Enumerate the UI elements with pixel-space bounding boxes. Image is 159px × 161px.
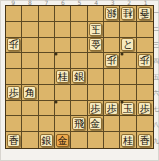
board-cell-1-8[interactable] (137, 116, 153, 132)
board-cell-8-8[interactable] (22, 116, 38, 132)
board-cell-7-2[interactable] (39, 22, 55, 38)
shogi-piece-gote-3-4[interactable]: 歩 (105, 54, 118, 67)
star-point (54, 101, 57, 104)
board-cell-7-1[interactable] (39, 6, 55, 22)
board-cell-7-8[interactable] (39, 116, 55, 132)
board-cell-5-7[interactable] (71, 101, 87, 117)
board-cell-5-4[interactable] (71, 53, 87, 69)
shogi-piece-sente-8-6[interactable]: 角 (23, 86, 36, 99)
shogi-piece-sente-9-9[interactable]: 香 (7, 134, 20, 147)
board-cell-7-9[interactable]: 銀 (39, 132, 55, 148)
board-cell-1-9[interactable]: 香 (137, 132, 153, 148)
star-point (120, 53, 123, 56)
board-cell-5-3[interactable] (71, 38, 87, 54)
board-cell-8-2[interactable] (22, 22, 38, 38)
board-cell-2-7[interactable]: 玉 (120, 101, 136, 117)
board-cell-6-8[interactable] (55, 116, 71, 132)
shogi-piece-sente-6-5[interactable]: 桂 (56, 70, 69, 83)
board-cell-5-6[interactable] (71, 85, 87, 101)
board-cell-5-8[interactable]: 飛 (71, 116, 87, 132)
shogi-piece-gote-4-3[interactable]: 金 (89, 38, 102, 51)
board-cell-9-3[interactable]: 歩 (6, 38, 22, 54)
board-cell-9-1[interactable] (6, 6, 22, 22)
board-cell-6-5[interactable]: 桂 (55, 69, 71, 85)
board-cell-8-6[interactable]: 角 (22, 85, 38, 101)
board-cell-3-6[interactable] (104, 85, 120, 101)
board-cell-8-5[interactable] (22, 69, 38, 85)
board-cell-4-2[interactable]: 玉 (88, 22, 104, 38)
shogi-piece-gote-1-4[interactable]: 歩 (138, 54, 151, 67)
board-cell-5-5[interactable]: 銀 (71, 69, 87, 85)
board-cell-9-8[interactable] (6, 116, 22, 132)
shogi-piece-gote-9-3[interactable]: 歩 (7, 38, 20, 51)
board-cell-9-7[interactable] (6, 101, 22, 117)
board-cell-7-7[interactable] (39, 101, 55, 117)
board-cell-3-5[interactable] (104, 69, 120, 85)
board-cell-4-9[interactable] (88, 132, 104, 148)
board-cell-4-8[interactable]: 金 (88, 116, 104, 132)
board-cell-2-2[interactable] (120, 22, 136, 38)
board-cell-1-5[interactable] (137, 69, 153, 85)
board-cell-9-5[interactable] (6, 69, 22, 85)
board-cell-3-3[interactable] (104, 38, 120, 54)
board-cell-3-1[interactable]: 銀 (104, 6, 120, 22)
board-cell-6-3[interactable] (55, 38, 71, 54)
board-cell-2-1[interactable]: 桂 (120, 6, 136, 22)
board-cell-4-1[interactable] (88, 6, 104, 22)
shogi-piece-sente-4-8[interactable]: 金 (89, 117, 102, 130)
board-cell-6-1[interactable] (55, 6, 71, 22)
board-cell-4-7[interactable]: 歩 (88, 101, 104, 117)
board-cell-3-2[interactable] (104, 22, 120, 38)
shogi-piece-sente-1-7[interactable]: 歩 (138, 102, 151, 115)
board-cell-4-3[interactable]: 金 (88, 38, 104, 54)
board-cell-9-9[interactable]: 香 (6, 132, 22, 148)
board-cell-8-1[interactable] (22, 6, 38, 22)
board-cell-3-8[interactable] (104, 116, 120, 132)
shogi-piece-sente-1-9[interactable]: 香 (138, 134, 151, 147)
board-cell-6-6[interactable] (55, 85, 71, 101)
board-cell-4-4[interactable] (88, 53, 104, 69)
board-cell-5-1[interactable] (71, 6, 87, 22)
board-cell-1-1[interactable]: 香 (137, 6, 153, 22)
board-cell-2-5[interactable] (120, 69, 136, 85)
board-cell-6-4[interactable] (55, 53, 71, 69)
board-cell-7-4[interactable] (39, 53, 55, 69)
board-cell-3-4[interactable]: 歩 (104, 53, 120, 69)
board-cell-1-3[interactable] (137, 38, 153, 54)
board-cell-2-6[interactable] (120, 85, 136, 101)
board-cell-8-7[interactable] (22, 101, 38, 117)
shogi-piece-sente-9-6[interactable]: 歩 (7, 86, 20, 99)
board-cell-6-7[interactable] (55, 101, 71, 117)
board-cell-9-2[interactable] (6, 22, 22, 38)
board-cell-1-7[interactable]: 歩 (137, 101, 153, 117)
board-cell-6-9[interactable]: 金 (55, 132, 71, 148)
board-cell-3-7[interactable]: 歩 (104, 101, 120, 117)
shogi-piece-sente-2-9[interactable]: 桂 (121, 134, 134, 147)
shogi-piece-gote-4-2[interactable]: 玉 (89, 23, 102, 36)
board-cell-4-5[interactable] (88, 69, 104, 85)
shogi-piece-sente-3-7[interactable]: 歩 (105, 102, 118, 115)
board-cell-2-4[interactable] (120, 53, 136, 69)
board-cell-7-6[interactable] (39, 85, 55, 101)
shogi-piece-gote-3-1[interactable]: 銀 (105, 7, 118, 20)
board-cell-7-3[interactable] (39, 38, 55, 54)
board-cell-9-4[interactable] (6, 53, 22, 69)
board-cell-2-9[interactable]: 桂 (120, 132, 136, 148)
star-point (54, 53, 57, 56)
board-cell-8-4[interactable] (22, 53, 38, 69)
star-point (120, 101, 123, 104)
board-cell-6-2[interactable] (55, 22, 71, 38)
shogi-piece-sente-5-5[interactable]: 銀 (72, 70, 85, 83)
board-cell-8-3[interactable] (22, 38, 38, 54)
board-cell-1-4[interactable]: 歩 (137, 53, 153, 69)
shogi-piece-sente-5-8[interactable]: 飛 (72, 117, 85, 130)
board-cell-1-6[interactable] (137, 85, 153, 101)
shogi-piece-sente-2-7[interactable]: 玉 (121, 102, 134, 115)
shogi-piece-sente-2-3[interactable]: と (121, 38, 134, 51)
shogi-piece-gote-1-1[interactable]: 香 (138, 7, 151, 20)
board-cell-7-5[interactable] (39, 69, 55, 85)
shogi-piece-sente-7-9[interactable]: 銀 (40, 134, 53, 147)
board-cell-9-6[interactable]: 歩 (6, 85, 22, 101)
shogi-piece-sente-4-7[interactable]: 歩 (89, 102, 102, 115)
shogi-piece-gote-2-1[interactable]: 桂 (121, 7, 134, 20)
shogi-board: 銀桂香玉歩金と歩歩桂銀歩角歩歩玉歩飛金香銀金桂香 (5, 5, 154, 149)
board-cell-2-3[interactable]: と (120, 38, 136, 54)
board-cell-2-8[interactable] (120, 116, 136, 132)
shogi-piece-sente-6-9[interactable]: 金 (56, 134, 69, 147)
board-cell-8-9[interactable] (22, 132, 38, 148)
board-cell-1-2[interactable] (137, 22, 153, 38)
shogi-diagram: 987654321 一二三四五六七八九 銀桂香玉歩金と歩歩桂銀歩角歩歩玉歩飛金香… (0, 0, 159, 161)
board-cell-5-9[interactable] (71, 132, 87, 148)
board-cell-3-9[interactable] (104, 132, 120, 148)
board-cell-4-6[interactable] (88, 85, 104, 101)
board-cell-5-2[interactable] (71, 22, 87, 38)
